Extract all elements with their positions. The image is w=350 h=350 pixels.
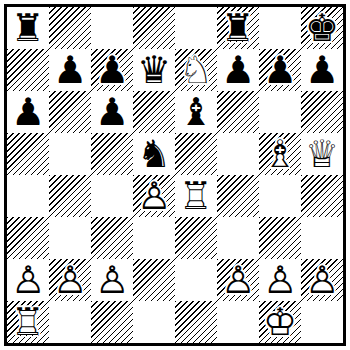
white-pawn-glyph: ♙	[49, 259, 91, 301]
white-pawn[interactable]: ♟♙	[217, 259, 259, 301]
white-rook-glyph: ♖	[175, 175, 217, 217]
white-rook-glyph: ♖	[7, 301, 49, 343]
white-pawn[interactable]: ♟♙	[301, 259, 343, 301]
square-f1[interactable]	[217, 301, 259, 343]
chess-board-frame: ♜♜♜♜♚♚♟♟♟♟♛♛♞♘♟♟♟♟♟♟♟♟♟♟♝♝♞♞♝♗♛♕♟♙♜♖♟♙♟♙…	[4, 4, 346, 346]
black-bishop-glyph: ♝	[175, 91, 217, 133]
square-b6[interactable]	[49, 91, 91, 133]
square-h7[interactable]: ♟♟	[301, 49, 343, 91]
square-a7[interactable]	[7, 49, 49, 91]
black-queen[interactable]: ♛♛	[133, 49, 175, 91]
black-pawn-glyph: ♟	[217, 49, 259, 91]
white-queen[interactable]: ♛♕	[301, 133, 343, 175]
square-f4[interactable]	[217, 175, 259, 217]
black-pawn[interactable]: ♟♟	[91, 91, 133, 133]
square-f8[interactable]: ♜♜	[217, 7, 259, 49]
white-bishop-glyph: ♗	[259, 133, 301, 175]
square-a5[interactable]	[7, 133, 49, 175]
square-b4[interactable]	[49, 175, 91, 217]
square-h2[interactable]: ♟♙	[301, 259, 343, 301]
square-h1[interactable]	[301, 301, 343, 343]
square-h6[interactable]	[301, 91, 343, 133]
square-g6[interactable]	[259, 91, 301, 133]
square-c7[interactable]: ♟♟	[91, 49, 133, 91]
square-b3[interactable]	[49, 217, 91, 259]
square-b1[interactable]	[49, 301, 91, 343]
black-pawn-glyph: ♟	[301, 49, 343, 91]
square-c5[interactable]	[91, 133, 133, 175]
white-pawn[interactable]: ♟♙	[259, 259, 301, 301]
white-pawn-glyph: ♙	[301, 259, 343, 301]
square-a1[interactable]: ♜♖	[7, 301, 49, 343]
square-d3[interactable]	[133, 217, 175, 259]
black-pawn[interactable]: ♟♟	[91, 49, 133, 91]
square-e3[interactable]	[175, 217, 217, 259]
white-pawn[interactable]: ♟♙	[91, 259, 133, 301]
black-bishop[interactable]: ♝♝	[175, 91, 217, 133]
white-knight[interactable]: ♞♘	[175, 49, 217, 91]
square-c2[interactable]: ♟♙	[91, 259, 133, 301]
square-e5[interactable]	[175, 133, 217, 175]
square-a2[interactable]: ♟♙	[7, 259, 49, 301]
square-d8[interactable]	[133, 7, 175, 49]
square-h4[interactable]	[301, 175, 343, 217]
white-knight-glyph: ♘	[175, 49, 217, 91]
black-knight-glyph: ♞	[133, 133, 175, 175]
square-h5[interactable]: ♛♕	[301, 133, 343, 175]
square-h3[interactable]	[301, 217, 343, 259]
black-pawn-glyph: ♟	[7, 91, 49, 133]
black-pawn-glyph: ♟	[49, 49, 91, 91]
white-rook[interactable]: ♜♖	[175, 175, 217, 217]
square-g7[interactable]: ♟♟	[259, 49, 301, 91]
square-e7[interactable]: ♞♘	[175, 49, 217, 91]
square-d6[interactable]	[133, 91, 175, 133]
square-b5[interactable]	[49, 133, 91, 175]
black-pawn[interactable]: ♟♟	[301, 49, 343, 91]
square-e4[interactable]: ♜♖	[175, 175, 217, 217]
white-king-glyph: ♔	[259, 301, 301, 343]
black-pawn[interactable]: ♟♟	[217, 49, 259, 91]
black-king-glyph: ♚	[301, 7, 343, 49]
white-pawn[interactable]: ♟♙	[49, 259, 91, 301]
black-pawn-glyph: ♟	[91, 91, 133, 133]
black-pawn[interactable]: ♟♟	[49, 49, 91, 91]
square-c3[interactable]	[91, 217, 133, 259]
black-rook-glyph: ♜	[7, 7, 49, 49]
square-e1[interactable]	[175, 301, 217, 343]
black-pawn-glyph: ♟	[91, 49, 133, 91]
white-queen-glyph: ♕	[301, 133, 343, 175]
black-rook[interactable]: ♜♜	[217, 7, 259, 49]
square-g1[interactable]: ♚♔	[259, 301, 301, 343]
square-c4[interactable]	[91, 175, 133, 217]
square-a3[interactable]	[7, 217, 49, 259]
white-bishop[interactable]: ♝♗	[259, 133, 301, 175]
black-pawn-glyph: ♟	[259, 49, 301, 91]
square-d5[interactable]: ♞♞	[133, 133, 175, 175]
square-g5[interactable]: ♝♗	[259, 133, 301, 175]
black-knight[interactable]: ♞♞	[133, 133, 175, 175]
black-king[interactable]: ♚♚	[301, 7, 343, 49]
square-d4[interactable]: ♟♙	[133, 175, 175, 217]
black-queen-glyph: ♛	[133, 49, 175, 91]
square-g8[interactable]	[259, 7, 301, 49]
black-pawn[interactable]: ♟♟	[7, 91, 49, 133]
white-rook[interactable]: ♜♖	[7, 301, 49, 343]
square-d1[interactable]	[133, 301, 175, 343]
square-g4[interactable]	[259, 175, 301, 217]
white-pawn-glyph: ♙	[259, 259, 301, 301]
white-pawn-glyph: ♙	[133, 175, 175, 217]
square-f6[interactable]	[217, 91, 259, 133]
black-rook[interactable]: ♜♜	[7, 7, 49, 49]
square-b2[interactable]: ♟♙	[49, 259, 91, 301]
square-e6[interactable]: ♝♝	[175, 91, 217, 133]
square-f5[interactable]	[217, 133, 259, 175]
square-c6[interactable]: ♟♟	[91, 91, 133, 133]
square-a6[interactable]: ♟♟	[7, 91, 49, 133]
white-pawn[interactable]: ♟♙	[7, 259, 49, 301]
chess-board: ♜♜♜♜♚♚♟♟♟♟♛♛♞♘♟♟♟♟♟♟♟♟♟♟♝♝♞♞♝♗♛♕♟♙♜♖♟♙♟♙…	[7, 7, 343, 343]
square-h8[interactable]: ♚♚	[301, 7, 343, 49]
white-pawn[interactable]: ♟♙	[133, 175, 175, 217]
square-a4[interactable]	[7, 175, 49, 217]
square-d2[interactable]	[133, 259, 175, 301]
white-pawn-glyph: ♙	[217, 259, 259, 301]
black-pawn[interactable]: ♟♟	[259, 49, 301, 91]
square-e8[interactable]	[175, 7, 217, 49]
square-b7[interactable]: ♟♟	[49, 49, 91, 91]
square-d7[interactable]: ♛♛	[133, 49, 175, 91]
square-e2[interactable]	[175, 259, 217, 301]
square-c1[interactable]	[91, 301, 133, 343]
square-f2[interactable]: ♟♙	[217, 259, 259, 301]
square-a8[interactable]: ♜♜	[7, 7, 49, 49]
square-g3[interactable]	[259, 217, 301, 259]
white-pawn-glyph: ♙	[7, 259, 49, 301]
square-f7[interactable]: ♟♟	[217, 49, 259, 91]
square-b8[interactable]	[49, 7, 91, 49]
white-pawn-glyph: ♙	[91, 259, 133, 301]
square-g2[interactable]: ♟♙	[259, 259, 301, 301]
square-c8[interactable]	[91, 7, 133, 49]
white-king[interactable]: ♚♔	[259, 301, 301, 343]
black-rook-glyph: ♜	[217, 7, 259, 49]
square-f3[interactable]	[217, 217, 259, 259]
